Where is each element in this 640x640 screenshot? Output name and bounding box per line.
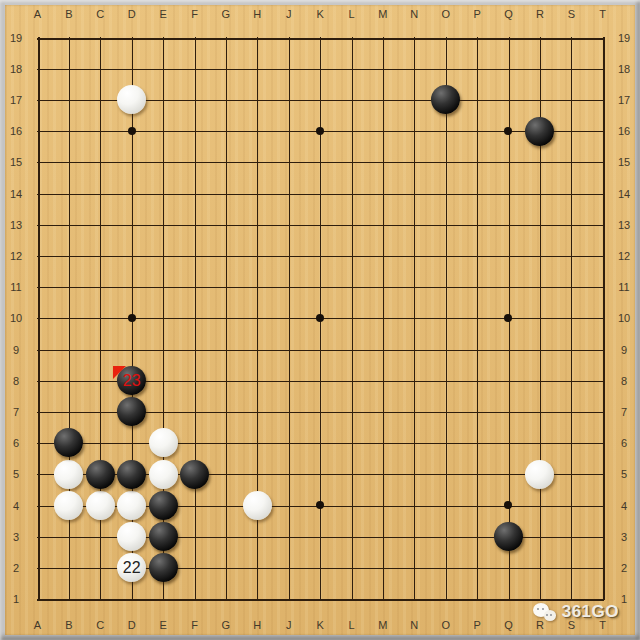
coord-top-N: N xyxy=(404,7,424,21)
coord-bottom-F: F xyxy=(185,618,205,632)
coord-top-R: R xyxy=(530,7,550,21)
coord-top-J: J xyxy=(279,7,299,21)
coord-bottom-P: P xyxy=(467,618,487,632)
black-stone-E4 xyxy=(149,491,178,520)
star-point-Q4 xyxy=(504,501,512,509)
black-stone-O17 xyxy=(431,85,460,114)
coord-top-M: M xyxy=(373,7,393,21)
coord-top-K: K xyxy=(310,7,330,21)
star-point-D16 xyxy=(128,127,136,135)
coord-bottom-J: J xyxy=(279,618,299,632)
white-stone-D2: 22 xyxy=(117,553,146,582)
watermark: 361GO xyxy=(532,600,619,624)
star-point-K10 xyxy=(316,314,324,322)
go-diagram-screenshot: AABBCCDDEEFFGGHHJJKKLLMMNNOOPPQQRRSSTT19… xyxy=(0,0,640,640)
black-stone-D8: 23 xyxy=(117,366,146,395)
white-stone-B5 xyxy=(54,460,83,489)
coord-bottom-H: H xyxy=(247,618,267,632)
move-number-label: 22 xyxy=(123,553,141,582)
star-point-D10 xyxy=(128,314,136,322)
white-stone-E6 xyxy=(149,428,178,457)
coord-top-H: H xyxy=(247,7,267,21)
coord-top-A: A xyxy=(28,7,48,21)
black-stone-E2 xyxy=(149,553,178,582)
coord-bottom-A: A xyxy=(28,618,48,632)
coord-bottom-E: E xyxy=(153,618,173,632)
coord-top-Q: Q xyxy=(499,7,519,21)
white-stone-D17 xyxy=(117,85,146,114)
coord-bottom-D: D xyxy=(122,618,142,632)
star-point-Q16 xyxy=(504,127,512,135)
white-stone-D3 xyxy=(117,522,146,551)
coord-bottom-K: K xyxy=(310,618,330,632)
coord-bottom-O: O xyxy=(436,618,456,632)
black-stone-D7 xyxy=(117,397,146,426)
white-stone-R5 xyxy=(525,460,554,489)
black-stone-B6 xyxy=(54,428,83,457)
coord-bottom-B: B xyxy=(59,618,79,632)
white-stone-D4 xyxy=(117,491,146,520)
coord-top-O: O xyxy=(436,7,456,21)
black-stone-E3 xyxy=(149,522,178,551)
coord-bottom-N: N xyxy=(404,618,424,632)
coord-top-S: S xyxy=(561,7,581,21)
coord-top-C: C xyxy=(90,7,110,21)
white-stone-B4 xyxy=(54,491,83,520)
go-board: 2223 xyxy=(22,22,618,615)
coord-top-F: F xyxy=(185,7,205,21)
black-stone-D5 xyxy=(117,460,146,489)
black-stone-R16 xyxy=(525,117,554,146)
last-move-marker-icon xyxy=(113,366,126,379)
coord-top-T: T xyxy=(593,7,613,21)
coord-top-E: E xyxy=(153,7,173,21)
coord-bottom-G: G xyxy=(216,618,236,632)
star-point-K16 xyxy=(316,127,324,135)
white-stone-E5 xyxy=(149,460,178,489)
coord-top-P: P xyxy=(467,7,487,21)
coord-bottom-L: L xyxy=(342,618,362,632)
coord-bottom-M: M xyxy=(373,618,393,632)
star-point-K4 xyxy=(316,501,324,509)
black-stone-C5 xyxy=(86,460,115,489)
black-stone-F5 xyxy=(180,460,209,489)
star-point-Q10 xyxy=(504,314,512,322)
wechat-icon xyxy=(532,601,559,623)
coord-bottom-Q: Q xyxy=(499,618,519,632)
black-stone-Q3 xyxy=(494,522,523,551)
watermark-text: 361GO xyxy=(562,602,619,622)
coord-bottom-C: C xyxy=(90,618,110,632)
coord-top-L: L xyxy=(342,7,362,21)
coord-top-G: G xyxy=(216,7,236,21)
coord-top-B: B xyxy=(59,7,79,21)
white-stone-H4 xyxy=(243,491,272,520)
coord-top-D: D xyxy=(122,7,142,21)
white-stone-C4 xyxy=(86,491,115,520)
